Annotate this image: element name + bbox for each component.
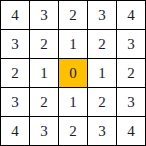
cell-r0c1: 3 xyxy=(30,1,58,29)
cell-r1c0: 3 xyxy=(1,30,29,58)
cell-r0c2: 2 xyxy=(59,1,87,29)
cell-r4c0: 4 xyxy=(1,117,29,145)
cell-r0c3: 3 xyxy=(88,1,116,29)
distance-grid-board: 4 3 2 3 4 3 2 1 2 3 2 1 0 1 2 3 2 1 2 3 … xyxy=(0,0,146,146)
cell-r0c4: 4 xyxy=(117,1,145,29)
cell-r0c0: 4 xyxy=(1,1,29,29)
cell-r3c2: 1 xyxy=(59,88,87,116)
cell-r1c3: 2 xyxy=(88,30,116,58)
cell-r4c3: 3 xyxy=(88,117,116,145)
cell-r4c2: 2 xyxy=(59,117,87,145)
cell-r1c2: 1 xyxy=(59,30,87,58)
cell-r3c1: 2 xyxy=(30,88,58,116)
cell-r4c4: 4 xyxy=(117,117,145,145)
cell-r3c3: 2 xyxy=(88,88,116,116)
cell-r3c4: 3 xyxy=(117,88,145,116)
cell-r1c1: 2 xyxy=(30,30,58,58)
cell-r2c2-highlighted-origin: 0 xyxy=(59,59,87,87)
cell-r2c0: 2 xyxy=(1,59,29,87)
cell-r2c3: 1 xyxy=(88,59,116,87)
cell-r2c1: 1 xyxy=(30,59,58,87)
cell-r1c4: 3 xyxy=(117,30,145,58)
cell-r3c0: 3 xyxy=(1,88,29,116)
cell-r2c4: 2 xyxy=(117,59,145,87)
cell-r4c1: 3 xyxy=(30,117,58,145)
